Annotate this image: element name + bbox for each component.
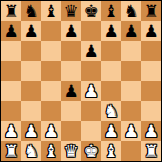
square-e7[interactable] <box>81 21 101 41</box>
board-frame: ♜♞♝♛♚♝♞♜♟♟♟♟♟♟♟♟♟♞♟♟♟♟♟♟♜♞♝♛♚♝♜ <box>0 0 162 162</box>
square-e3[interactable] <box>81 101 101 121</box>
white-king: ♚ <box>83 143 98 160</box>
square-g8[interactable]: ♞ <box>121 1 141 21</box>
white-rook: ♜ <box>143 143 158 160</box>
white-pawn: ♟ <box>83 83 98 100</box>
square-d7[interactable]: ♟ <box>61 21 81 41</box>
white-pawn: ♟ <box>123 123 138 140</box>
square-e8[interactable]: ♚ <box>81 1 101 21</box>
black-pawn: ♟ <box>3 23 18 40</box>
square-e2[interactable] <box>81 121 101 141</box>
square-d4[interactable]: ♟ <box>61 81 81 101</box>
white-rook: ♜ <box>3 143 18 160</box>
black-rook: ♜ <box>143 3 158 20</box>
square-g3[interactable] <box>121 101 141 121</box>
square-a6[interactable] <box>1 41 21 61</box>
square-f3[interactable]: ♞ <box>101 101 121 121</box>
square-h2[interactable]: ♟ <box>141 121 161 141</box>
square-a1[interactable]: ♜ <box>1 141 21 161</box>
white-pawn: ♟ <box>23 123 38 140</box>
square-h8[interactable]: ♜ <box>141 1 161 21</box>
square-d5[interactable] <box>61 61 81 81</box>
square-a4[interactable] <box>1 81 21 101</box>
square-f1[interactable]: ♝ <box>101 141 121 161</box>
square-f8[interactable]: ♝ <box>101 1 121 21</box>
square-f5[interactable] <box>101 61 121 81</box>
square-f4[interactable] <box>101 81 121 101</box>
white-pawn: ♟ <box>143 123 158 140</box>
black-pawn: ♟ <box>23 23 38 40</box>
square-g5[interactable] <box>121 61 141 81</box>
white-pawn: ♟ <box>43 123 58 140</box>
black-bishop: ♝ <box>43 3 58 20</box>
black-knight: ♞ <box>123 3 138 20</box>
black-king: ♚ <box>83 3 98 20</box>
square-f7[interactable]: ♟ <box>101 21 121 41</box>
square-c4[interactable] <box>41 81 61 101</box>
square-b4[interactable] <box>21 81 41 101</box>
square-a2[interactable]: ♟ <box>1 121 21 141</box>
black-pawn: ♟ <box>123 23 138 40</box>
white-bishop: ♝ <box>43 143 58 160</box>
square-a8[interactable]: ♜ <box>1 1 21 21</box>
square-a5[interactable] <box>1 61 21 81</box>
chess-board: ♜♞♝♛♚♝♞♜♟♟♟♟♟♟♟♟♟♞♟♟♟♟♟♟♜♞♝♛♚♝♜ <box>1 1 161 161</box>
square-g4[interactable] <box>121 81 141 101</box>
square-h6[interactable] <box>141 41 161 61</box>
black-pawn: ♟ <box>103 23 118 40</box>
square-d1[interactable]: ♛ <box>61 141 81 161</box>
white-queen: ♛ <box>63 143 78 160</box>
square-h3[interactable] <box>141 101 161 121</box>
square-b3[interactable] <box>21 101 41 121</box>
square-c2[interactable]: ♟ <box>41 121 61 141</box>
square-h4[interactable] <box>141 81 161 101</box>
black-pawn: ♟ <box>63 23 78 40</box>
square-b8[interactable]: ♞ <box>21 1 41 21</box>
square-d2[interactable] <box>61 121 81 141</box>
square-b5[interactable] <box>21 61 41 81</box>
black-bishop: ♝ <box>103 3 118 20</box>
black-rook: ♜ <box>3 3 18 20</box>
square-g6[interactable] <box>121 41 141 61</box>
square-c5[interactable] <box>41 61 61 81</box>
square-c7[interactable] <box>41 21 61 41</box>
square-b6[interactable] <box>21 41 41 61</box>
square-b2[interactable]: ♟ <box>21 121 41 141</box>
square-d6[interactable] <box>61 41 81 61</box>
square-c1[interactable]: ♝ <box>41 141 61 161</box>
square-e1[interactable]: ♚ <box>81 141 101 161</box>
square-d8[interactable]: ♛ <box>61 1 81 21</box>
square-b1[interactable]: ♞ <box>21 141 41 161</box>
square-h7[interactable]: ♟ <box>141 21 161 41</box>
square-e4[interactable]: ♟ <box>81 81 101 101</box>
square-h1[interactable]: ♜ <box>141 141 161 161</box>
square-h5[interactable] <box>141 61 161 81</box>
square-a7[interactable]: ♟ <box>1 21 21 41</box>
white-pawn: ♟ <box>3 123 18 140</box>
square-c6[interactable] <box>41 41 61 61</box>
square-c3[interactable] <box>41 101 61 121</box>
black-pawn: ♟ <box>63 83 78 100</box>
black-pawn: ♟ <box>143 23 158 40</box>
square-f6[interactable] <box>101 41 121 61</box>
square-f2[interactable]: ♟ <box>101 121 121 141</box>
black-queen: ♛ <box>63 3 78 20</box>
square-g2[interactable]: ♟ <box>121 121 141 141</box>
white-knight: ♞ <box>23 143 38 160</box>
square-g1[interactable] <box>121 141 141 161</box>
white-pawn: ♟ <box>103 123 118 140</box>
square-e6[interactable]: ♟ <box>81 41 101 61</box>
square-b7[interactable]: ♟ <box>21 21 41 41</box>
white-bishop: ♝ <box>103 143 118 160</box>
black-knight: ♞ <box>23 3 38 20</box>
black-pawn: ♟ <box>83 43 98 60</box>
square-c8[interactable]: ♝ <box>41 1 61 21</box>
square-e5[interactable] <box>81 61 101 81</box>
square-g7[interactable]: ♟ <box>121 21 141 41</box>
square-a3[interactable] <box>1 101 21 121</box>
white-knight: ♞ <box>103 103 118 120</box>
square-d3[interactable] <box>61 101 81 121</box>
